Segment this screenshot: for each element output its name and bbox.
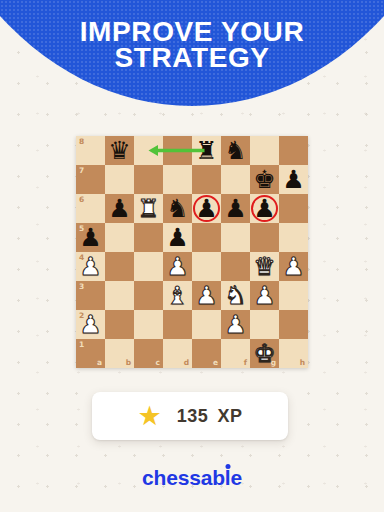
logo-text-prefix: chessab	[142, 466, 225, 489]
square-c1[interactable]: c	[134, 339, 163, 368]
square-d7[interactable]	[163, 165, 192, 194]
square-h7[interactable]: ♟	[279, 165, 308, 194]
square-b1[interactable]: b	[105, 339, 134, 368]
square-c3[interactable]	[134, 281, 163, 310]
square-a3[interactable]: 3	[76, 281, 105, 310]
square-h2[interactable]	[279, 310, 308, 339]
square-e6[interactable]: ♟	[192, 194, 221, 223]
white-pawn[interactable]: ♟	[221, 310, 250, 339]
square-g2[interactable]	[250, 310, 279, 339]
square-a7[interactable]: 7	[76, 165, 105, 194]
square-h8[interactable]	[279, 136, 308, 165]
white-rook[interactable]: ♜	[134, 194, 163, 223]
black-queen[interactable]: ♛	[105, 136, 134, 165]
square-b8[interactable]: ♛	[105, 136, 134, 165]
square-c7[interactable]	[134, 165, 163, 194]
black-pawn[interactable]: ♟	[279, 165, 308, 194]
black-king[interactable]: ♚	[250, 165, 279, 194]
file-label-c: c	[156, 359, 160, 367]
square-f6[interactable]: ♟	[221, 194, 250, 223]
white-queen[interactable]: ♛	[250, 252, 279, 281]
square-e8[interactable]: ♜	[192, 136, 221, 165]
square-g8[interactable]	[250, 136, 279, 165]
square-f7[interactable]	[221, 165, 250, 194]
square-d5[interactable]: ♟	[163, 223, 192, 252]
square-b5[interactable]	[105, 223, 134, 252]
white-pawn[interactable]: ♟	[250, 281, 279, 310]
square-e4[interactable]	[192, 252, 221, 281]
square-h5[interactable]	[279, 223, 308, 252]
square-f3[interactable]: ♞	[221, 281, 250, 310]
file-label-f: f	[244, 359, 247, 367]
square-c2[interactable]	[134, 310, 163, 339]
chessable-logo: chessable	[0, 466, 384, 490]
white-pawn[interactable]: ♟	[279, 252, 308, 281]
square-g4[interactable]: ♛	[250, 252, 279, 281]
title-line-2: STRATEGY	[0, 45, 384, 71]
black-pawn[interactable]: ♟	[105, 194, 134, 223]
square-e3[interactable]: ♟	[192, 281, 221, 310]
rank-label-8: 8	[79, 138, 84, 146]
rank-label-7: 7	[79, 167, 84, 175]
square-a6[interactable]: 6	[76, 194, 105, 223]
black-knight[interactable]: ♞	[163, 194, 192, 223]
square-g3[interactable]: ♟	[250, 281, 279, 310]
page-title: IMPROVE YOUR STRATEGY	[0, 19, 384, 71]
square-d1[interactable]: d	[163, 339, 192, 368]
logo-letter-l-pawn: l	[225, 466, 231, 490]
file-label-h: h	[300, 359, 305, 367]
rank-label-3: 3	[79, 283, 84, 291]
xp-value: 135	[177, 406, 209, 427]
square-h6[interactable]	[279, 194, 308, 223]
square-h4[interactable]: ♟	[279, 252, 308, 281]
black-rook[interactable]: ♜	[192, 136, 221, 165]
xp-badge: ★ 135XP	[92, 392, 288, 440]
rank-label-6: 6	[79, 196, 84, 204]
black-pawn[interactable]: ♟	[163, 223, 192, 252]
square-a4[interactable]: 4♟	[76, 252, 105, 281]
white-knight[interactable]: ♞	[221, 281, 250, 310]
square-c5[interactable]	[134, 223, 163, 252]
white-pawn[interactable]: ♟	[163, 252, 192, 281]
square-d2[interactable]	[163, 310, 192, 339]
square-f8[interactable]: ♞	[221, 136, 250, 165]
square-a1[interactable]: 1a	[76, 339, 105, 368]
square-b3[interactable]	[105, 281, 134, 310]
black-pawn[interactable]: ♟	[192, 194, 221, 223]
square-e2[interactable]	[192, 310, 221, 339]
square-f2[interactable]: ♟	[221, 310, 250, 339]
square-e5[interactable]	[192, 223, 221, 252]
star-icon: ★	[138, 402, 162, 429]
square-b4[interactable]	[105, 252, 134, 281]
square-d3[interactable]: ♝	[163, 281, 192, 310]
square-b6[interactable]: ♟	[105, 194, 134, 223]
square-b7[interactable]	[105, 165, 134, 194]
black-pawn[interactable]: ♟	[250, 194, 279, 223]
square-g7[interactable]: ♚	[250, 165, 279, 194]
logo-text-suffix: e	[230, 466, 241, 489]
square-c8[interactable]	[134, 136, 163, 165]
square-a2[interactable]: 2♟	[76, 310, 105, 339]
square-a5[interactable]: 5♟	[76, 223, 105, 252]
file-label-b: b	[126, 359, 131, 367]
square-h3[interactable]	[279, 281, 308, 310]
square-f1[interactable]: f	[221, 339, 250, 368]
white-pawn[interactable]: ♟	[76, 310, 105, 339]
square-d6[interactable]: ♞	[163, 194, 192, 223]
white-king[interactable]: ♚	[250, 339, 279, 368]
square-e7[interactable]	[192, 165, 221, 194]
square-e1[interactable]: e	[192, 339, 221, 368]
xp-unit: XP	[217, 406, 242, 427]
chess-board: 8♛♜♞7♚♟6♟♜♞♟♟♟5♟♟4♟♟♛♟3♝♟♞♟2♟♟1abcdefg♚h	[76, 136, 308, 368]
white-pawn[interactable]: ♟	[76, 252, 105, 281]
square-d8[interactable]	[163, 136, 192, 165]
square-g1[interactable]: g♚	[250, 339, 279, 368]
xp-text: 135XP	[177, 406, 243, 427]
square-c4[interactable]	[134, 252, 163, 281]
square-a8[interactable]: 8	[76, 136, 105, 165]
square-b2[interactable]	[105, 310, 134, 339]
square-g5[interactable]	[250, 223, 279, 252]
black-pawn[interactable]: ♟	[221, 194, 250, 223]
white-pawn[interactable]: ♟	[192, 281, 221, 310]
file-label-e: e	[213, 359, 218, 367]
white-bishop[interactable]: ♝	[163, 281, 192, 310]
square-f5[interactable]	[221, 223, 250, 252]
black-pawn[interactable]: ♟	[76, 223, 105, 252]
file-label-d: d	[184, 359, 189, 367]
square-c6[interactable]: ♜	[134, 194, 163, 223]
square-f4[interactable]	[221, 252, 250, 281]
rank-label-1: 1	[79, 341, 84, 349]
square-g6[interactable]: ♟	[250, 194, 279, 223]
square-h1[interactable]: h	[279, 339, 308, 368]
screen: IMPROVE YOUR STRATEGY 8♛♜♞7♚♟6♟♜♞♟♟♟5♟♟4…	[0, 0, 384, 512]
black-knight[interactable]: ♞	[221, 136, 250, 165]
square-d4[interactable]: ♟	[163, 252, 192, 281]
file-label-a: a	[97, 359, 102, 367]
